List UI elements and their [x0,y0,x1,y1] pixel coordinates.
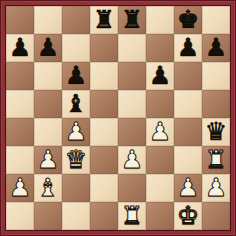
square-c6[interactable]: ♟ [62,62,90,90]
black-king-g8: ♚ [177,6,199,34]
square-h7[interactable]: ♟ [202,34,230,62]
white-bishop-b2: ♝ [37,174,59,202]
square-a6[interactable] [6,62,34,90]
square-g1[interactable]: ♚ [174,202,202,230]
square-d5[interactable] [90,90,118,118]
square-e1[interactable]: ♜ [118,202,146,230]
black-pawn-b7: ♟ [37,34,59,62]
chess-board: ♜♜♚♟♟♟♟♟♟♝♟♟♛♟♛♟♜♟♝♟♟♜♚ [6,6,230,230]
square-b1[interactable] [34,202,62,230]
square-h6[interactable] [202,62,230,90]
white-rook-e1: ♜ [121,202,143,230]
white-pawn-c4: ♟ [65,118,87,146]
square-c5[interactable]: ♝ [62,90,90,118]
square-h5[interactable] [202,90,230,118]
square-f8[interactable] [146,6,174,34]
square-e5[interactable] [118,90,146,118]
square-d8[interactable]: ♜ [90,6,118,34]
white-queen-c3: ♛ [65,146,87,174]
square-g8[interactable]: ♚ [174,6,202,34]
black-pawn-h7: ♟ [205,34,227,62]
square-b6[interactable] [34,62,62,90]
square-g5[interactable] [174,90,202,118]
square-d3[interactable] [90,146,118,174]
square-g2[interactable]: ♟ [174,174,202,202]
black-rook-e8: ♜ [121,6,143,34]
square-c8[interactable] [62,6,90,34]
square-a4[interactable] [6,118,34,146]
square-b8[interactable] [34,6,62,34]
square-a8[interactable] [6,6,34,34]
square-f1[interactable] [146,202,174,230]
square-b4[interactable] [34,118,62,146]
square-d4[interactable] [90,118,118,146]
square-h3[interactable]: ♜ [202,146,230,174]
square-e3[interactable]: ♟ [118,146,146,174]
square-h8[interactable] [202,6,230,34]
square-f4[interactable]: ♟ [146,118,174,146]
square-c2[interactable] [62,174,90,202]
square-b3[interactable]: ♟ [34,146,62,174]
square-d7[interactable] [90,34,118,62]
square-d6[interactable] [90,62,118,90]
black-rook-d8: ♜ [93,6,115,34]
square-g6[interactable] [174,62,202,90]
square-e8[interactable]: ♜ [118,6,146,34]
square-a7[interactable]: ♟ [6,34,34,62]
square-c1[interactable] [62,202,90,230]
black-pawn-a7: ♟ [9,34,31,62]
square-c3[interactable]: ♛ [62,146,90,174]
white-pawn-g2: ♟ [177,174,199,202]
square-a3[interactable] [6,146,34,174]
square-f2[interactable] [146,174,174,202]
square-f3[interactable] [146,146,174,174]
white-pawn-e3: ♟ [121,146,143,174]
square-h1[interactable] [202,202,230,230]
black-pawn-c6: ♟ [65,62,87,90]
square-h4[interactable]: ♛ [202,118,230,146]
chess-board-frame: ♜♜♚♟♟♟♟♟♟♝♟♟♛♟♛♟♜♟♝♟♟♜♚ [0,0,236,236]
black-bishop-c5: ♝ [65,90,87,118]
square-f5[interactable] [146,90,174,118]
black-pawn-g7: ♟ [177,34,199,62]
white-pawn-f4: ♟ [149,118,171,146]
square-g3[interactable] [174,146,202,174]
square-c7[interactable] [62,34,90,62]
square-b7[interactable]: ♟ [34,34,62,62]
square-d1[interactable] [90,202,118,230]
square-d2[interactable] [90,174,118,202]
square-f6[interactable]: ♟ [146,62,174,90]
white-pawn-h2: ♟ [205,174,227,202]
square-e7[interactable] [118,34,146,62]
square-b2[interactable]: ♝ [34,174,62,202]
square-c4[interactable]: ♟ [62,118,90,146]
square-e4[interactable] [118,118,146,146]
square-g7[interactable]: ♟ [174,34,202,62]
black-queen-h4: ♛ [205,118,227,146]
white-pawn-b3: ♟ [37,146,59,174]
square-a2[interactable]: ♟ [6,174,34,202]
square-a1[interactable] [6,202,34,230]
square-b5[interactable] [34,90,62,118]
square-g4[interactable] [174,118,202,146]
white-rook-h3: ♜ [205,146,227,174]
black-pawn-f6: ♟ [149,62,171,90]
square-a5[interactable] [6,90,34,118]
white-king-g1: ♚ [177,202,199,230]
square-f7[interactable] [146,34,174,62]
square-h2[interactable]: ♟ [202,174,230,202]
white-pawn-a2: ♟ [9,174,31,202]
square-e2[interactable] [118,174,146,202]
square-e6[interactable] [118,62,146,90]
